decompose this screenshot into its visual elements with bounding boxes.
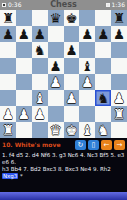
- black-knight-g3: ♞: [97, 90, 109, 106]
- square-f5[interactable]: ♝: [79, 58, 95, 74]
- square-d1[interactable]: ♛: [48, 122, 64, 138]
- app-window: 0:36 Chess 1:36 ♜♛♚♜♟♟♟♟♟♟♞♟♟♝♟♟♝♟♞♟♟♟♟♜…: [0, 0, 127, 200]
- square-f6[interactable]: [79, 42, 95, 58]
- square-d7[interactable]: [48, 26, 64, 42]
- square-a6[interactable]: [0, 42, 16, 58]
- square-f4[interactable]: ♟: [79, 74, 95, 90]
- square-e1[interactable]: ♚: [64, 122, 80, 138]
- square-b8[interactable]: [16, 10, 32, 26]
- square-g3[interactable]: ♞: [95, 90, 111, 106]
- square-b4[interactable]: [16, 74, 32, 90]
- black-pawn-c7: ♟: [34, 26, 46, 42]
- current-move: Nxg3: [2, 173, 18, 179]
- square-b2[interactable]: ♟: [16, 106, 32, 122]
- black-pawn-f7: ♟: [81, 26, 93, 42]
- bottom-bar: [0, 192, 127, 200]
- controls-row: 10. White's move ↻ ▯ ← →: [0, 138, 127, 150]
- square-d3[interactable]: [48, 90, 64, 106]
- undo-button[interactable]: ←: [101, 140, 112, 150]
- square-h2[interactable]: ♜: [111, 106, 127, 122]
- square-a8[interactable]: ♜: [0, 10, 16, 26]
- square-h1[interactable]: [111, 122, 127, 138]
- bottom-panel: 10. White's move ↻ ▯ ← → 1. f4 d5 2. d4 …: [0, 138, 127, 200]
- square-d4[interactable]: ♟: [48, 74, 64, 90]
- black-clock: 0:36: [2, 0, 21, 10]
- square-b7[interactable]: ♟: [16, 26, 32, 42]
- move-list-line2: h3 Bb4 7. Bd2 Bxc3 8. Bxc3 Ne4 9. Rh2 Nx…: [2, 166, 125, 180]
- undo-arrow-icon: ←: [104, 140, 110, 150]
- black-pawn-h7: ♟: [113, 26, 125, 42]
- square-c7[interactable]: ♟: [32, 26, 48, 42]
- move-list[interactable]: 1. f4 d5 2. d4 Nf6 3. g3 Nc6 4. Nc3 Bf5 …: [0, 150, 127, 180]
- white-bishop-f1: ♝: [81, 122, 93, 138]
- square-a2[interactable]: ♟: [0, 106, 16, 122]
- white-pawn-h3: ♟: [113, 90, 125, 106]
- square-d8[interactable]: ♛: [48, 10, 64, 26]
- black-pawn-e6: ♟: [65, 42, 77, 58]
- flip-board-button[interactable]: ↻: [75, 140, 86, 150]
- square-c3[interactable]: ♝: [32, 90, 48, 106]
- notation-button[interactable]: ▯: [88, 140, 99, 150]
- white-pawn-a2: ♟: [2, 106, 14, 122]
- square-c1[interactable]: [32, 122, 48, 138]
- square-c5[interactable]: [32, 58, 48, 74]
- white-clock: 1:36: [106, 0, 125, 10]
- white-king-e1: ♚: [65, 122, 77, 138]
- square-g7[interactable]: ♟: [95, 26, 111, 42]
- move-list-line2-after: *: [18, 173, 23, 179]
- square-f1[interactable]: ♝: [79, 122, 95, 138]
- control-buttons: ↻ ▯ ← →: [75, 140, 125, 150]
- square-e7[interactable]: [64, 26, 80, 42]
- black-pawn-d5: ♟: [50, 58, 62, 74]
- white-time: 1:36: [112, 0, 125, 10]
- square-c2[interactable]: ♟: [32, 106, 48, 122]
- square-b1[interactable]: [16, 122, 32, 138]
- square-h8[interactable]: ♜: [111, 10, 127, 26]
- empty-area: [0, 180, 127, 192]
- notation-icon: ▯: [92, 140, 96, 150]
- move-list-line2-before: h3 Bb4 7. Bd2 Bxc3 8. Bxc3 Ne4 9. Rh2: [2, 166, 111, 172]
- app-title: Chess: [50, 0, 77, 10]
- square-g6[interactable]: [95, 42, 111, 58]
- square-h5[interactable]: [111, 58, 127, 74]
- square-b6[interactable]: [16, 42, 32, 58]
- white-pawn-f4: ♟: [81, 74, 93, 90]
- white-rook-h2: ♜: [113, 106, 125, 122]
- black-rook-h8: ♜: [113, 10, 125, 26]
- square-c6[interactable]: ♞: [32, 42, 48, 58]
- redo-arrow-icon: →: [117, 140, 123, 150]
- white-knight-g1: ♞: [97, 122, 109, 138]
- square-g5[interactable]: [95, 58, 111, 74]
- square-h6[interactable]: [111, 42, 127, 58]
- chess-board[interactable]: ♜♛♚♜♟♟♟♟♟♟♞♟♟♝♟♟♝♟♞♟♟♟♟♜♜♛♚♝♞: [0, 10, 127, 138]
- white-pawn-d4: ♟: [50, 74, 62, 90]
- square-e5[interactable]: [64, 58, 80, 74]
- square-e6[interactable]: ♟: [64, 42, 80, 58]
- square-g1[interactable]: ♞: [95, 122, 111, 138]
- square-a5[interactable]: [0, 58, 16, 74]
- square-f7[interactable]: ♟: [79, 26, 95, 42]
- top-bar: 0:36 Chess 1:36: [0, 0, 127, 10]
- square-e8[interactable]: ♚: [64, 10, 80, 26]
- square-a3[interactable]: [0, 90, 16, 106]
- black-king-e8: ♚: [65, 10, 77, 26]
- square-g8[interactable]: [95, 10, 111, 26]
- white-pawn-c2: ♟: [34, 106, 46, 122]
- square-c4[interactable]: [32, 74, 48, 90]
- square-e3[interactable]: ♟: [64, 90, 80, 106]
- square-h3[interactable]: ♟: [111, 90, 127, 106]
- square-h4[interactable]: [111, 74, 127, 90]
- black-pawn-a7: ♟: [2, 26, 14, 42]
- black-clock-icon: [2, 3, 6, 7]
- square-d5[interactable]: ♟: [48, 58, 64, 74]
- square-f8[interactable]: [79, 10, 95, 26]
- flip-board-icon: ↻: [78, 140, 84, 150]
- white-bishop-c3: ♝: [34, 90, 46, 106]
- black-pawn-g7: ♟: [97, 26, 109, 42]
- square-a4[interactable]: [0, 74, 16, 90]
- square-f2[interactable]: [79, 106, 95, 122]
- move-list-line1: 1. f4 d5 2. d4 Nf6 3. g3 Nc6 4. Nc3 Bf5 …: [2, 152, 125, 166]
- square-h7[interactable]: ♟: [111, 26, 127, 42]
- white-pawn-e3: ♟: [65, 90, 77, 106]
- white-rook-a1: ♜: [2, 122, 14, 138]
- black-knight-c6: ♞: [34, 42, 46, 58]
- black-time: 0:36: [8, 0, 21, 10]
- square-d6[interactable]: [48, 42, 64, 58]
- square-e2[interactable]: [64, 106, 80, 122]
- square-b5[interactable]: [16, 58, 32, 74]
- status-text: 10. White's move: [2, 141, 60, 148]
- square-d2[interactable]: [48, 106, 64, 122]
- white-clock-icon: [106, 3, 110, 7]
- square-g4[interactable]: [95, 74, 111, 90]
- white-pawn-b2: ♟: [18, 106, 30, 122]
- black-rook-a8: ♜: [2, 10, 14, 26]
- black-pawn-b7: ♟: [18, 26, 30, 42]
- square-b3[interactable]: [16, 90, 32, 106]
- square-f3[interactable]: [79, 90, 95, 106]
- square-e4[interactable]: [64, 74, 80, 90]
- square-a7[interactable]: ♟: [0, 26, 16, 42]
- square-c8[interactable]: [32, 10, 48, 26]
- black-bishop-f5: ♝: [81, 58, 93, 74]
- black-queen-d8: ♛: [50, 10, 62, 26]
- redo-button[interactable]: →: [114, 140, 125, 150]
- white-queen-d1: ♛: [50, 122, 62, 138]
- square-g2[interactable]: [95, 106, 111, 122]
- square-a1[interactable]: ♜: [0, 122, 16, 138]
